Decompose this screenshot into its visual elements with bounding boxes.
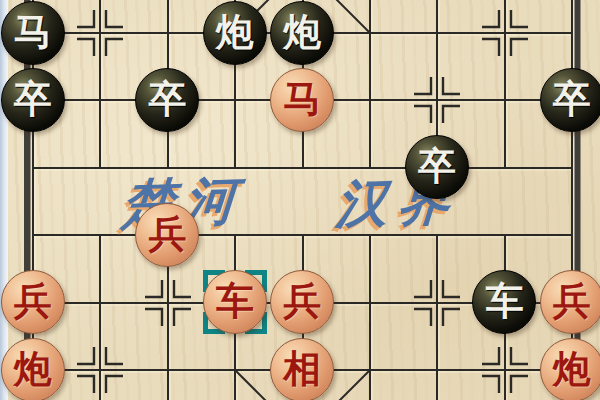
red-chariot-piece[interactable]: 车 xyxy=(203,270,267,334)
board-point-b7[interactable] xyxy=(66,269,133,336)
piece-glyph: 马 xyxy=(283,80,321,118)
xiangqi-board: 马炮炮卒卒马卒卒兵兵车兵车兵炮相炮 xyxy=(0,0,600,400)
xiangqi-app: 楚河 汉界 马炮炮卒卒马卒卒兵兵车兵车兵炮相炮 xyxy=(0,0,600,400)
board-point-i6[interactable] xyxy=(538,201,600,268)
board-point-i8[interactable]: 炮 xyxy=(538,336,600,400)
board-point-a8[interactable]: 炮 xyxy=(0,336,66,400)
board-point-i3[interactable] xyxy=(538,0,600,66)
board-point-d5[interactable] xyxy=(201,134,268,201)
black-horse-piece[interactable]: 马 xyxy=(1,1,65,65)
piece-glyph: 卒 xyxy=(148,80,186,118)
board-point-e6[interactable] xyxy=(269,201,336,268)
board-point-h5[interactable] xyxy=(471,134,538,201)
piece-glyph: 车 xyxy=(216,282,254,320)
board-point-a7[interactable]: 兵 xyxy=(0,269,66,336)
board-point-d4[interactable] xyxy=(201,66,268,133)
board-point-g4[interactable] xyxy=(403,66,470,133)
board-point-f4[interactable] xyxy=(336,66,403,133)
board-point-g7[interactable] xyxy=(403,269,470,336)
piece-glyph: 兵 xyxy=(283,282,321,320)
red-soldier-piece[interactable]: 兵 xyxy=(135,203,199,267)
black-cannon-piece[interactable]: 炮 xyxy=(203,1,267,65)
board-point-b8[interactable] xyxy=(66,336,133,400)
board-point-b3[interactable] xyxy=(66,0,133,66)
board-point-g5[interactable]: 卒 xyxy=(403,134,470,201)
board-point-b5[interactable] xyxy=(66,134,133,201)
piece-glyph: 车 xyxy=(485,282,523,320)
board-point-d8[interactable] xyxy=(201,336,268,400)
board-point-e5[interactable] xyxy=(269,134,336,201)
red-cannon-piece[interactable]: 炮 xyxy=(1,338,65,400)
board-point-c8[interactable] xyxy=(134,336,201,400)
board-point-h6[interactable] xyxy=(471,201,538,268)
piece-glyph: 卒 xyxy=(14,80,52,118)
piece-glyph: 炮 xyxy=(14,350,52,388)
piece-glyph: 炮 xyxy=(216,13,254,51)
board-point-h3[interactable] xyxy=(471,0,538,66)
board-point-c4[interactable]: 卒 xyxy=(134,66,201,133)
board-point-d6[interactable] xyxy=(201,201,268,268)
black-soldier-piece[interactable]: 卒 xyxy=(1,68,65,132)
red-horse-piece[interactable]: 马 xyxy=(270,68,334,132)
piece-glyph: 兵 xyxy=(14,282,52,320)
board-point-c5[interactable] xyxy=(134,134,201,201)
board-point-c6[interactable]: 兵 xyxy=(134,201,201,268)
piece-glyph: 兵 xyxy=(148,215,186,253)
red-elephant-piece[interactable]: 相 xyxy=(270,338,334,400)
black-soldier-piece[interactable]: 卒 xyxy=(540,68,600,132)
board-point-c3[interactable] xyxy=(134,0,201,66)
board-point-e7[interactable]: 兵 xyxy=(269,269,336,336)
red-soldier-piece[interactable]: 兵 xyxy=(1,270,65,334)
board-point-g3[interactable] xyxy=(403,0,470,66)
board-point-f6[interactable] xyxy=(336,201,403,268)
board-point-c7[interactable] xyxy=(134,269,201,336)
board-point-h7[interactable]: 车 xyxy=(471,269,538,336)
red-cannon-piece[interactable]: 炮 xyxy=(540,338,600,400)
red-soldier-piece[interactable]: 兵 xyxy=(270,270,334,334)
board-point-f8[interactable] xyxy=(336,336,403,400)
black-cannon-piece[interactable]: 炮 xyxy=(270,1,334,65)
board-point-d7[interactable]: 车 xyxy=(201,269,268,336)
black-soldier-piece[interactable]: 卒 xyxy=(135,68,199,132)
board-point-f5[interactable] xyxy=(336,134,403,201)
board-point-a6[interactable] xyxy=(0,201,66,268)
piece-glyph: 炮 xyxy=(283,13,321,51)
board-point-g6[interactable] xyxy=(403,201,470,268)
board-point-e4[interactable]: 马 xyxy=(269,66,336,133)
board-point-i5[interactable] xyxy=(538,134,600,201)
board-point-b6[interactable] xyxy=(66,201,133,268)
board-point-a5[interactable] xyxy=(0,134,66,201)
piece-glyph: 卒 xyxy=(553,80,591,118)
piece-glyph: 马 xyxy=(14,13,52,51)
board-point-b4[interactable] xyxy=(66,66,133,133)
black-chariot-piece[interactable]: 车 xyxy=(472,270,536,334)
red-soldier-piece[interactable]: 兵 xyxy=(540,270,600,334)
board-point-h8[interactable] xyxy=(471,336,538,400)
board-point-i7[interactable]: 兵 xyxy=(538,269,600,336)
board-point-a4[interactable]: 卒 xyxy=(0,66,66,133)
board-point-i4[interactable]: 卒 xyxy=(538,66,600,133)
board-point-e3[interactable]: 炮 xyxy=(269,0,336,66)
board-point-e8[interactable]: 相 xyxy=(269,336,336,400)
board-point-a3[interactable]: 马 xyxy=(0,0,66,66)
board-point-h4[interactable] xyxy=(471,66,538,133)
piece-glyph: 兵 xyxy=(553,282,591,320)
board-point-f7[interactable] xyxy=(336,269,403,336)
piece-glyph: 炮 xyxy=(553,350,591,388)
piece-glyph: 卒 xyxy=(418,147,456,185)
board-point-g8[interactable] xyxy=(403,336,470,400)
black-soldier-piece[interactable]: 卒 xyxy=(405,135,469,199)
piece-glyph: 相 xyxy=(283,350,321,388)
board-point-d3[interactable]: 炮 xyxy=(201,0,268,66)
board-point-f3[interactable] xyxy=(336,0,403,66)
